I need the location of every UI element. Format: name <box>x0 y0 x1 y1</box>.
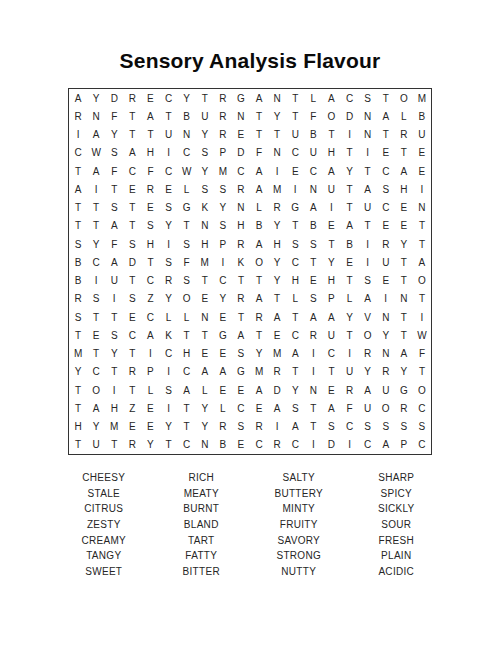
grid-cell-r5c19: A <box>395 162 413 180</box>
grid-cell-r20c3: T <box>105 436 123 454</box>
grid-cell-r15c7: H <box>178 345 196 363</box>
grid-cell-r12c4: S <box>123 290 141 308</box>
grid-cell-r4c6: I <box>160 144 178 162</box>
grid-cell-r11c7: S <box>178 272 196 290</box>
grid-cell-r4c17: I <box>359 144 377 162</box>
grid-cell-r5c1: T <box>69 162 87 180</box>
grid-cell-r9c1: S <box>69 235 87 253</box>
grid-cell-r3c5: T <box>141 126 159 144</box>
grid-cell-r11c15: H <box>322 272 340 290</box>
grid-cell-r17c14: N <box>304 381 322 399</box>
grid-cell-r3c6: U <box>160 126 178 144</box>
grid-cell-r17c11: A <box>250 381 268 399</box>
grid-cell-r14c1: T <box>69 326 87 344</box>
grid-cell-r3c20: U <box>413 126 431 144</box>
grid-cell-r15c12: M <box>268 345 286 363</box>
word-item-fresh: FRESH <box>348 533 446 549</box>
grid-cell-r5c2: A <box>87 162 105 180</box>
grid-cell-r9c19: Y <box>395 235 413 253</box>
grid-cell-r12c9: Y <box>214 290 232 308</box>
grid-cell-r5c14: C <box>304 162 322 180</box>
grid-cell-r7c5: E <box>141 199 159 217</box>
grid-cell-r4c16: T <box>341 144 359 162</box>
grid-cell-r6c13: I <box>286 180 304 198</box>
grid-cell-r2c10: N <box>232 107 250 125</box>
grid-cell-r16c15: T <box>322 363 340 381</box>
grid-cell-r13c6: L <box>160 308 178 326</box>
grid-cell-r18c6: I <box>160 399 178 417</box>
grid-cell-r8c16: A <box>341 217 359 235</box>
word-item-bland: BLAND <box>153 517 251 533</box>
grid-cell-r19c12: I <box>268 418 286 436</box>
grid-cell-r2c18: A <box>377 107 395 125</box>
grid-cell-r7c16: T <box>341 199 359 217</box>
grid-cell-r17c9: E <box>214 381 232 399</box>
grid-cell-r13c4: E <box>123 308 141 326</box>
grid-cell-r16c19: Y <box>395 363 413 381</box>
grid-cell-r17c17: A <box>359 381 377 399</box>
grid-cell-r14c15: U <box>322 326 340 344</box>
grid-cell-r17c16: R <box>341 381 359 399</box>
grid-cell-r3c10: E <box>232 126 250 144</box>
grid-cell-r10c14: T <box>304 253 322 271</box>
grid-cell-r11c9: C <box>214 272 232 290</box>
grid-cell-r9c16: B <box>341 235 359 253</box>
grid-cell-r10c6: S <box>160 253 178 271</box>
grid-cell-r18c12: A <box>268 399 286 417</box>
grid-cell-r8c13: T <box>286 217 304 235</box>
grid-cell-r20c13: C <box>286 436 304 454</box>
grid-cell-r15c1: M <box>69 345 87 363</box>
word-search-page: Sensory Analysis Flavour AYDRECYTRGANTLA… <box>0 0 500 647</box>
grid-cell-r5c13: E <box>286 162 304 180</box>
word-item-acidic: ACIDIC <box>348 564 446 580</box>
grid-cell-r9c18: R <box>377 235 395 253</box>
word-item-stale: STALE <box>55 486 153 502</box>
grid-cell-r14c5: A <box>141 326 159 344</box>
grid-cell-r15c4: T <box>123 345 141 363</box>
grid-cell-r15c16: I <box>341 345 359 363</box>
grid-cell-r14c20: W <box>413 326 431 344</box>
grid-cell-r1c16: C <box>341 89 359 107</box>
grid-cell-r20c8: N <box>196 436 214 454</box>
grid-cell-r9c20: T <box>413 235 431 253</box>
grid-cell-r3c17: N <box>359 126 377 144</box>
grid-cell-r8c8: N <box>196 217 214 235</box>
grid-cell-r8c6: Y <box>160 217 178 235</box>
word-item-tangy: TANGY <box>55 548 153 564</box>
grid-cell-r4c14: U <box>304 144 322 162</box>
grid-cell-r2c14: F <box>304 107 322 125</box>
grid-cell-r17c5: L <box>141 381 159 399</box>
grid-cell-r4c3: S <box>105 144 123 162</box>
grid-cell-r11c17: S <box>359 272 377 290</box>
grid-cell-r5c12: I <box>268 162 286 180</box>
grid-cell-r2c17: N <box>359 107 377 125</box>
grid-cell-r16c17: Y <box>359 363 377 381</box>
grid-cell-r11c1: B <box>69 272 87 290</box>
grid-cell-r14c16: T <box>341 326 359 344</box>
grid-cell-r2c5: A <box>141 107 159 125</box>
grid-cell-r8c9: S <box>214 217 232 235</box>
grid-cell-r19c16: C <box>341 418 359 436</box>
grid-cell-r20c6: T <box>160 436 178 454</box>
grid-cell-r20c18: A <box>377 436 395 454</box>
grid-cell-r12c11: A <box>250 290 268 308</box>
grid-cell-r3c3: Y <box>105 126 123 144</box>
grid-cell-r10c7: F <box>178 253 196 271</box>
grid-cell-r16c4: R <box>123 363 141 381</box>
grid-cell-r9c8: H <box>196 235 214 253</box>
grid-cell-r19c6: Y <box>160 418 178 436</box>
grid-cell-r3c8: Y <box>196 126 214 144</box>
grid-cell-r20c15: D <box>322 436 340 454</box>
grid-cell-r6c3: T <box>105 180 123 198</box>
grid-cell-r6c6: E <box>160 180 178 198</box>
grid-cell-r6c9: S <box>214 180 232 198</box>
grid-cell-r8c1: T <box>69 217 87 235</box>
grid-cell-r13c16: Y <box>341 308 359 326</box>
grid-cell-r4c11: F <box>250 144 268 162</box>
grid-cell-r1c13: T <box>286 89 304 107</box>
grid-cell-r10c12: Y <box>268 253 286 271</box>
grid-cell-r6c1: A <box>69 180 87 198</box>
grid-cell-r6c20: I <box>413 180 431 198</box>
grid-cell-r17c20: O <box>413 381 431 399</box>
grid-cell-r12c20: T <box>413 290 431 308</box>
grid-cell-r9c7: S <box>178 235 196 253</box>
grid-cell-r3c18: T <box>377 126 395 144</box>
grid-cell-r13c9: E <box>214 308 232 326</box>
grid-cell-r19c9: R <box>214 418 232 436</box>
grid-cell-r8c4: T <box>123 217 141 235</box>
grid-cell-r13c20: I <box>413 308 431 326</box>
grid-cell-r18c9: L <box>214 399 232 417</box>
grid-cell-r1c10: G <box>232 89 250 107</box>
grid-cell-r14c19: T <box>395 326 413 344</box>
grid-cell-r15c8: E <box>196 345 214 363</box>
grid-cell-r9c14: S <box>304 235 322 253</box>
grid-cell-r18c13: S <box>286 399 304 417</box>
grid-cell-r20c14: I <box>304 436 322 454</box>
grid-cell-r15c6: C <box>160 345 178 363</box>
grid-cell-r17c15: E <box>322 381 340 399</box>
grid-cell-r19c7: T <box>178 418 196 436</box>
grid-cell-r15c14: I <box>304 345 322 363</box>
grid-cell-r1c8: T <box>196 89 214 107</box>
grid-cell-r7c7: G <box>178 199 196 217</box>
grid-cell-r3c7: N <box>178 126 196 144</box>
grid-cell-r5c8: Y <box>196 162 214 180</box>
grid-cell-r15c11: Y <box>250 345 268 363</box>
grid-cell-r19c10: S <box>232 418 250 436</box>
grid-cell-r2c19: L <box>395 107 413 125</box>
grid-cell-r19c19: S <box>395 418 413 436</box>
grid-cell-r12c17: A <box>359 290 377 308</box>
grid-cell-r1c20: M <box>413 89 431 107</box>
grid-cell-r19c5: E <box>141 418 159 436</box>
grid-cell-r10c9: I <box>214 253 232 271</box>
grid-cell-r18c17: U <box>359 399 377 417</box>
grid-cell-r16c13: T <box>286 363 304 381</box>
grid-cell-r19c17: S <box>359 418 377 436</box>
grid-cell-r11c18: E <box>377 272 395 290</box>
grid-cell-r1c18: T <box>377 89 395 107</box>
grid-cell-r10c20: A <box>413 253 431 271</box>
word-item-sickly: SICKLY <box>348 501 446 517</box>
grid-cell-r18c10: C <box>232 399 250 417</box>
grid-cell-r1c2: Y <box>87 89 105 107</box>
grid-cell-r11c11: T <box>250 272 268 290</box>
grid-cell-r7c11: L <box>250 199 268 217</box>
grid-cell-r12c15: P <box>322 290 340 308</box>
grid-cell-r6c7: L <box>178 180 196 198</box>
grid-cell-r9c11: A <box>250 235 268 253</box>
grid-cell-r12c19: N <box>395 290 413 308</box>
grid-cell-r16c10: G <box>232 363 250 381</box>
grid-cell-r19c14: T <box>304 418 322 436</box>
grid-cell-r3c12: T <box>268 126 286 144</box>
grid-cell-r9c17: I <box>359 235 377 253</box>
grid-cell-r5c16: Y <box>341 162 359 180</box>
grid-cell-r12c18: I <box>377 290 395 308</box>
grid-cell-r1c1: A <box>69 89 87 107</box>
grid-cell-r1c7: Y <box>178 89 196 107</box>
grid-cell-r10c11: O <box>250 253 268 271</box>
grid-cell-r12c12: T <box>268 290 286 308</box>
grid-cell-r16c18: R <box>377 363 395 381</box>
grid-cell-r7c3: S <box>105 199 123 217</box>
grid-cell-r12c13: L <box>286 290 304 308</box>
grid-cell-r8c12: Y <box>268 217 286 235</box>
grid-cell-r16c7: C <box>178 363 196 381</box>
grid-cell-r8c15: E <box>322 217 340 235</box>
grid-cell-r18c18: O <box>377 399 395 417</box>
grid-cell-r7c4: T <box>123 199 141 217</box>
grid-cell-r14c2: E <box>87 326 105 344</box>
grid-cell-r13c14: A <box>304 308 322 326</box>
grid-cell-r20c17: C <box>359 436 377 454</box>
grid-cell-r16c5: P <box>141 363 159 381</box>
grid-cell-r6c4: E <box>123 180 141 198</box>
grid-cell-r18c7: T <box>178 399 196 417</box>
word-item-buttery: BUTTERY <box>250 486 348 502</box>
grid-cell-r11c3: U <box>105 272 123 290</box>
word-item-rich: RICH <box>153 470 251 486</box>
grid-cell-r10c18: U <box>377 253 395 271</box>
grid-cell-r3c14: B <box>304 126 322 144</box>
grid-cell-r7c10: N <box>232 199 250 217</box>
grid-cell-r18c20: C <box>413 399 431 417</box>
grid-cell-r13c13: T <box>286 308 304 326</box>
grid-cell-r18c8: Y <box>196 399 214 417</box>
word-item-burnt: BURNT <box>153 501 251 517</box>
grid-cell-r20c2: U <box>87 436 105 454</box>
grid-cell-r20c16: I <box>341 436 359 454</box>
grid-cell-r12c7: O <box>178 290 196 308</box>
grid-cell-r11c16: T <box>341 272 359 290</box>
grid-cell-r2c11: T <box>250 107 268 125</box>
grid-cell-r6c15: U <box>322 180 340 198</box>
grid-cell-r4c15: H <box>322 144 340 162</box>
grid-cell-r14c7: T <box>178 326 196 344</box>
grid-cell-r15c17: R <box>359 345 377 363</box>
grid-cell-r6c11: A <box>250 180 268 198</box>
grid-cell-r17c3: I <box>105 381 123 399</box>
grid-cell-r6c17: A <box>359 180 377 198</box>
grid-cell-r15c20: F <box>413 345 431 363</box>
grid-cell-r12c1: R <box>69 290 87 308</box>
grid-cell-r7c17: U <box>359 199 377 217</box>
grid-cell-r8c20: T <box>413 217 431 235</box>
grid-cell-r13c18: N <box>377 308 395 326</box>
word-item-zesty: ZESTY <box>55 517 153 533</box>
grid-cell-r2c6: T <box>160 107 178 125</box>
grid-cell-r12c5: Z <box>141 290 159 308</box>
grid-cell-r18c2: A <box>87 399 105 417</box>
grid-cell-r2c3: F <box>105 107 123 125</box>
grid-cell-r11c14: E <box>304 272 322 290</box>
grid-cell-r14c12: E <box>268 326 286 344</box>
grid-cell-r13c19: T <box>395 308 413 326</box>
grid-cell-r4c20: E <box>413 144 431 162</box>
grid-cell-r9c2: Y <box>87 235 105 253</box>
grid-cell-r8c7: T <box>178 217 196 235</box>
grid-cell-r20c11: C <box>250 436 268 454</box>
grid-cell-r10c19: T <box>395 253 413 271</box>
grid-cell-r11c12: Y <box>268 272 286 290</box>
grid-cell-r10c17: I <box>359 253 377 271</box>
grid-cell-r7c15: I <box>322 199 340 217</box>
grid-cell-r8c10: H <box>232 217 250 235</box>
grid-cell-r18c11: E <box>250 399 268 417</box>
grid-cell-r7c8: K <box>196 199 214 217</box>
grid-cell-r5c7: W <box>178 162 196 180</box>
grid-cell-r1c9: R <box>214 89 232 107</box>
grid-cell-r16c9: A <box>214 363 232 381</box>
grid-cell-r7c1: T <box>69 199 87 217</box>
grid-cell-r15c15: C <box>322 345 340 363</box>
grid-cell-r3c9: R <box>214 126 232 144</box>
grid-cell-r14c14: R <box>304 326 322 344</box>
grid-cell-r5c17: T <box>359 162 377 180</box>
grid-cell-r1c19: O <box>395 89 413 107</box>
grid-cell-r7c12: R <box>268 199 286 217</box>
grid-cell-r5c5: F <box>141 162 159 180</box>
grid-cell-r19c11: R <box>250 418 268 436</box>
grid-cell-r4c10: D <box>232 144 250 162</box>
grid-cell-r17c7: A <box>178 381 196 399</box>
grid-cell-r10c13: C <box>286 253 304 271</box>
grid-cell-r13c10: T <box>232 308 250 326</box>
grid-cell-r10c3: A <box>105 253 123 271</box>
grid-cell-r2c4: T <box>123 107 141 125</box>
grid-cell-r13c8: N <box>196 308 214 326</box>
grid-cell-r6c2: I <box>87 180 105 198</box>
grid-cell-r6c8: S <box>196 180 214 198</box>
grid-cell-r19c20: S <box>413 418 431 436</box>
grid-cell-r18c5: E <box>141 399 159 417</box>
grid-cell-r8c18: E <box>377 217 395 235</box>
grid-cell-r10c15: Y <box>322 253 340 271</box>
grid-cell-r17c19: G <box>395 381 413 399</box>
grid-cell-r18c4: Z <box>123 399 141 417</box>
grid-cell-r4c13: C <box>286 144 304 162</box>
grid-cell-r14c18: Y <box>377 326 395 344</box>
grid-cell-r13c17: V <box>359 308 377 326</box>
grid-cell-r2c8: U <box>196 107 214 125</box>
grid-cell-r14c10: A <box>232 326 250 344</box>
grid-cell-r19c8: Y <box>196 418 214 436</box>
grid-cell-r12c16: L <box>341 290 359 308</box>
grid-cell-r1c4: R <box>123 89 141 107</box>
grid-cell-r13c1: S <box>69 308 87 326</box>
grid-cell-r15c3: Y <box>105 345 123 363</box>
grid-cell-r10c4: D <box>123 253 141 271</box>
grid-cell-r8c17: T <box>359 217 377 235</box>
grid-cell-r15c2: T <box>87 345 105 363</box>
grid-cell-r11c4: T <box>123 272 141 290</box>
grid-cell-r17c1: T <box>69 381 87 399</box>
grid-cell-r17c10: E <box>232 381 250 399</box>
word-search-grid: AYDRECYTRGANTLACSTOMRNFTATBURNTYTFODNALB… <box>68 88 432 455</box>
grid-cell-r20c7: C <box>178 436 196 454</box>
grid-cell-r11c8: T <box>196 272 214 290</box>
grid-cell-r5c4: C <box>123 162 141 180</box>
word-item-cheesy: CHEESY <box>55 470 153 486</box>
grid-cell-r10c8: M <box>196 253 214 271</box>
grid-cell-r15c5: I <box>141 345 159 363</box>
grid-cell-r2c1: R <box>69 107 87 125</box>
grid-cell-r13c5: C <box>141 308 159 326</box>
grid-cell-r5c11: A <box>250 162 268 180</box>
grid-cell-r18c14: T <box>304 399 322 417</box>
grid-cell-r19c2: Y <box>87 418 105 436</box>
grid-cell-r13c15: A <box>322 308 340 326</box>
grid-cell-r11c10: T <box>232 272 250 290</box>
grid-cell-r16c14: I <box>304 363 322 381</box>
grid-cell-r18c3: H <box>105 399 123 417</box>
grid-cell-r17c13: Y <box>286 381 304 399</box>
grid-cell-r19c13: A <box>286 418 304 436</box>
grid-cell-r4c9: P <box>214 144 232 162</box>
grid-cell-r19c1: H <box>69 418 87 436</box>
grid-cell-r10c10: K <box>232 253 250 271</box>
grid-cell-r6c5: R <box>141 180 159 198</box>
grid-cell-r19c18: S <box>377 418 395 436</box>
grid-cell-r8c3: A <box>105 217 123 235</box>
grid-cell-r4c5: H <box>141 144 159 162</box>
grid-cell-r5c10: C <box>232 162 250 180</box>
word-item-sharp: SHARP <box>348 470 446 486</box>
grid-cell-r14c17: O <box>359 326 377 344</box>
grid-cell-r18c19: R <box>395 399 413 417</box>
grid-cell-r15c19: A <box>395 345 413 363</box>
grid-cell-r3c16: I <box>341 126 359 144</box>
grid-cell-r8c14: B <box>304 217 322 235</box>
grid-cell-r2c12: Y <box>268 107 286 125</box>
grid-cell-r17c2: O <box>87 381 105 399</box>
grid-cell-r11c20: O <box>413 272 431 290</box>
grid-cell-r4c8: S <box>196 144 214 162</box>
grid-cell-r3c13: U <box>286 126 304 144</box>
grid-cell-r13c12: A <box>268 308 286 326</box>
grid-cell-r10c16: E <box>341 253 359 271</box>
grid-cell-r6c19: H <box>395 180 413 198</box>
grid-cell-r13c7: L <box>178 308 196 326</box>
grid-cell-r10c1: B <box>69 253 87 271</box>
grid-cell-r12c10: R <box>232 290 250 308</box>
